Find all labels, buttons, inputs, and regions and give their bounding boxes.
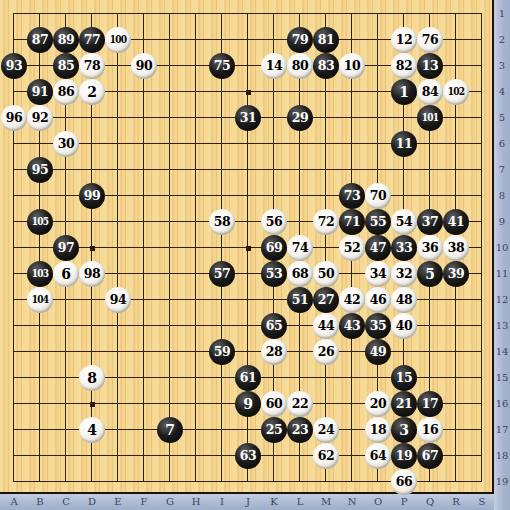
- stone-black-move-55[interactable]: 55: [365, 209, 391, 235]
- move-number: 15: [396, 365, 412, 391]
- move-number: 74: [292, 235, 308, 261]
- stone-black-move-97[interactable]: 97: [53, 235, 79, 261]
- stone-black-move-11[interactable]: 11: [391, 131, 417, 157]
- move-number: 60: [266, 391, 282, 417]
- stone-white-move-26[interactable]: 26: [313, 339, 339, 365]
- move-number: 63: [240, 443, 256, 469]
- column-label-H: H: [183, 494, 209, 510]
- stone-black-move-3[interactable]: 3: [391, 417, 417, 443]
- stone-black-move-7[interactable]: 7: [157, 417, 183, 443]
- move-number: 23: [292, 417, 308, 443]
- move-number: 42: [344, 287, 360, 313]
- stone-white-move-28[interactable]: 28: [261, 339, 287, 365]
- stone-white-move-42[interactable]: 42: [339, 287, 365, 313]
- stone-white-move-62[interactable]: 62: [313, 443, 339, 469]
- row-label-4: 4: [494, 79, 510, 105]
- move-number: 48: [396, 287, 412, 313]
- move-number: 79: [292, 27, 308, 53]
- move-number: 47: [370, 235, 386, 261]
- move-number: 95: [32, 157, 48, 183]
- move-number: 82: [396, 53, 412, 79]
- move-number: 38: [448, 235, 464, 261]
- move-number: 77: [84, 27, 100, 53]
- star-point: [246, 90, 251, 95]
- stone-white-move-6[interactable]: 6: [53, 261, 79, 287]
- move-number: 72: [318, 209, 334, 235]
- stone-black-move-63[interactable]: 63: [235, 443, 261, 469]
- column-label-K: K: [261, 494, 287, 510]
- stone-black-move-33[interactable]: 33: [391, 235, 417, 261]
- stone-black-move-17[interactable]: 17: [417, 391, 443, 417]
- move-number: 46: [370, 287, 386, 313]
- column-label-C: C: [53, 494, 79, 510]
- stone-black-move-67[interactable]: 67: [417, 443, 443, 469]
- stone-white-move-98[interactable]: 98: [79, 261, 105, 287]
- move-number: 78: [84, 53, 100, 79]
- column-label-L: L: [287, 494, 313, 510]
- stone-black-move-25[interactable]: 25: [261, 417, 287, 443]
- move-number: 85: [58, 53, 74, 79]
- stone-black-move-1[interactable]: 1: [391, 79, 417, 105]
- stone-black-move-99[interactable]: 99: [79, 183, 105, 209]
- stone-white-move-14[interactable]: 14: [261, 53, 287, 79]
- stone-black-move-51[interactable]: 51: [287, 287, 313, 313]
- stone-white-move-60[interactable]: 60: [261, 391, 287, 417]
- stone-white-move-40[interactable]: 40: [391, 313, 417, 339]
- column-label-D: D: [79, 494, 105, 510]
- go-game-diagram: 1234567891011121314151617181920212223242…: [0, 0, 510, 510]
- row-label-11: 11: [494, 261, 510, 287]
- stone-black-move-9[interactable]: 9: [235, 391, 261, 417]
- move-number: 73: [344, 183, 360, 209]
- row-label-12: 12: [494, 287, 510, 313]
- move-number: 86: [58, 79, 74, 105]
- move-number: 68: [292, 261, 308, 287]
- stone-white-move-4[interactable]: 4: [79, 417, 105, 443]
- move-number: 49: [370, 339, 386, 365]
- move-number: 105: [32, 209, 48, 235]
- move-number: 87: [32, 27, 48, 53]
- move-number: 44: [318, 313, 334, 339]
- move-number: 102: [448, 79, 464, 105]
- move-number: 2: [87, 79, 97, 105]
- move-number: 10: [344, 53, 360, 79]
- stone-white-move-84[interactable]: 84: [417, 79, 443, 105]
- move-number: 18: [370, 417, 386, 443]
- stone-white-move-22[interactable]: 22: [287, 391, 313, 417]
- stone-white-move-16[interactable]: 16: [417, 417, 443, 443]
- move-number: 28: [266, 339, 282, 365]
- move-number: 22: [292, 391, 308, 417]
- move-number: 65: [266, 313, 282, 339]
- move-number: 4: [87, 417, 97, 443]
- move-number: 20: [370, 391, 386, 417]
- stone-white-move-30[interactable]: 30: [53, 131, 79, 157]
- row-label-6: 6: [494, 131, 510, 157]
- move-number: 16: [422, 417, 438, 443]
- stone-white-move-36[interactable]: 36: [417, 235, 443, 261]
- stone-black-move-47[interactable]: 47: [365, 235, 391, 261]
- stone-white-move-102[interactable]: 102: [443, 79, 469, 105]
- stone-black-move-43[interactable]: 43: [339, 313, 365, 339]
- row-coordinate-strip: 12345678910111213141516171819: [494, 0, 510, 510]
- move-number: 19: [396, 443, 412, 469]
- row-label-9: 9: [494, 209, 510, 235]
- move-number: 84: [422, 79, 438, 105]
- move-number: 80: [292, 53, 308, 79]
- column-label-G: G: [157, 494, 183, 510]
- stone-white-move-24[interactable]: 24: [313, 417, 339, 443]
- move-number: 50: [318, 261, 334, 287]
- move-number: 34: [370, 261, 386, 287]
- stone-black-move-41[interactable]: 41: [443, 209, 469, 235]
- move-number: 89: [58, 27, 74, 53]
- move-number: 57: [214, 261, 230, 287]
- column-label-R: R: [443, 494, 469, 510]
- move-number: 40: [396, 313, 412, 339]
- stone-black-move-19[interactable]: 19: [391, 443, 417, 469]
- stone-black-move-59[interactable]: 59: [209, 339, 235, 365]
- row-label-16: 16: [494, 391, 510, 417]
- stone-black-move-29[interactable]: 29: [287, 105, 313, 131]
- stone-white-move-56[interactable]: 56: [261, 209, 287, 235]
- stone-white-move-86[interactable]: 86: [53, 79, 79, 105]
- row-label-10: 10: [494, 235, 510, 261]
- stone-black-move-71[interactable]: 71: [339, 209, 365, 235]
- row-label-5: 5: [494, 105, 510, 131]
- row-label-2: 2: [494, 27, 510, 53]
- stone-black-move-31[interactable]: 31: [235, 105, 261, 131]
- stone-black-move-75[interactable]: 75: [209, 53, 235, 79]
- stone-black-move-93[interactable]: 93: [1, 53, 27, 79]
- move-number: 7: [165, 417, 175, 443]
- column-label-P: P: [391, 494, 417, 510]
- stone-white-move-58[interactable]: 58: [209, 209, 235, 235]
- stone-black-move-69[interactable]: 69: [261, 235, 287, 261]
- move-number: 104: [32, 287, 48, 313]
- stone-white-move-68[interactable]: 68: [287, 261, 313, 287]
- row-label-14: 14: [494, 339, 510, 365]
- move-number: 55: [370, 209, 386, 235]
- stone-black-move-23[interactable]: 23: [287, 417, 313, 443]
- stone-white-move-10[interactable]: 10: [339, 53, 365, 79]
- move-number: 61: [240, 365, 256, 391]
- row-label-8: 8: [494, 183, 510, 209]
- stone-white-move-20[interactable]: 20: [365, 391, 391, 417]
- stone-black-move-27[interactable]: 27: [313, 287, 339, 313]
- stone-white-move-100[interactable]: 100: [105, 27, 131, 53]
- move-number: 56: [266, 209, 282, 235]
- row-label-17: 17: [494, 417, 510, 443]
- stone-black-move-101[interactable]: 101: [417, 105, 443, 131]
- move-number: 30: [58, 131, 74, 157]
- stone-white-move-50[interactable]: 50: [313, 261, 339, 287]
- stone-white-move-44[interactable]: 44: [313, 313, 339, 339]
- stone-black-move-105[interactable]: 105: [27, 209, 53, 235]
- move-number: 54: [396, 209, 412, 235]
- move-number: 91: [32, 79, 48, 105]
- move-number: 101: [422, 105, 438, 131]
- move-number: 64: [370, 443, 386, 469]
- stone-black-move-13[interactable]: 13: [417, 53, 443, 79]
- stone-black-move-61[interactable]: 61: [235, 365, 261, 391]
- column-label-J: J: [235, 494, 261, 510]
- stone-white-move-104[interactable]: 104: [27, 287, 53, 313]
- move-number: 21: [396, 391, 412, 417]
- move-number: 93: [6, 53, 22, 79]
- stone-black-move-85[interactable]: 85: [53, 53, 79, 79]
- stone-black-move-95[interactable]: 95: [27, 157, 53, 183]
- move-number: 41: [448, 209, 464, 235]
- move-number: 11: [396, 131, 412, 157]
- stone-black-move-83[interactable]: 83: [313, 53, 339, 79]
- row-label-15: 15: [494, 365, 510, 391]
- move-number: 32: [396, 261, 412, 287]
- stone-black-move-15[interactable]: 15: [391, 365, 417, 391]
- stone-white-move-72[interactable]: 72: [313, 209, 339, 235]
- stone-black-move-37[interactable]: 37: [417, 209, 443, 235]
- row-label-7: 7: [494, 157, 510, 183]
- move-number: 24: [318, 417, 334, 443]
- stone-white-move-46[interactable]: 46: [365, 287, 391, 313]
- stone-black-move-65[interactable]: 65: [261, 313, 287, 339]
- stone-white-move-8[interactable]: 8: [79, 365, 105, 391]
- stone-white-move-66[interactable]: 66: [391, 469, 417, 495]
- move-number: 51: [292, 287, 308, 313]
- stone-white-move-90[interactable]: 90: [131, 53, 157, 79]
- stone-black-move-53[interactable]: 53: [261, 261, 287, 287]
- column-label-N: N: [339, 494, 365, 510]
- move-number: 98: [84, 261, 100, 287]
- stone-white-move-82[interactable]: 82: [391, 53, 417, 79]
- move-number: 70: [370, 183, 386, 209]
- column-label-F: F: [131, 494, 157, 510]
- stone-black-move-103[interactable]: 103: [27, 261, 53, 287]
- move-number: 9: [243, 391, 253, 417]
- move-number: 29: [292, 105, 308, 131]
- move-number: 27: [318, 287, 334, 313]
- move-number: 99: [84, 183, 100, 209]
- row-label-13: 13: [494, 313, 510, 339]
- stone-white-move-64[interactable]: 64: [365, 443, 391, 469]
- column-label-I: I: [209, 494, 235, 510]
- stone-black-move-79[interactable]: 79: [287, 27, 313, 53]
- stone-white-move-52[interactable]: 52: [339, 235, 365, 261]
- move-number: 75: [214, 53, 230, 79]
- move-number: 37: [422, 209, 438, 235]
- move-number: 62: [318, 443, 334, 469]
- column-label-A: A: [1, 494, 27, 510]
- stone-white-move-70[interactable]: 70: [365, 183, 391, 209]
- move-number: 25: [266, 417, 282, 443]
- column-label-O: O: [365, 494, 391, 510]
- stone-black-move-73[interactable]: 73: [339, 183, 365, 209]
- move-number: 96: [6, 105, 22, 131]
- move-number: 13: [422, 53, 438, 79]
- move-number: 69: [266, 235, 282, 261]
- go-board[interactable]: 1234567891011121314151617181920212223242…: [1, 1, 495, 495]
- stone-black-move-49[interactable]: 49: [365, 339, 391, 365]
- stone-white-move-74[interactable]: 74: [287, 235, 313, 261]
- stone-white-move-96[interactable]: 96: [1, 105, 27, 131]
- move-number: 26: [318, 339, 334, 365]
- stone-black-move-91[interactable]: 91: [27, 79, 53, 105]
- row-label-18: 18: [494, 443, 510, 469]
- column-label-M: M: [313, 494, 339, 510]
- move-number: 17: [422, 391, 438, 417]
- move-number: 58: [214, 209, 230, 235]
- move-number: 103: [32, 261, 48, 287]
- move-number: 31: [240, 105, 256, 131]
- stone-white-move-48[interactable]: 48: [391, 287, 417, 313]
- move-number: 39: [448, 261, 464, 287]
- stone-black-move-5[interactable]: 5: [417, 261, 443, 287]
- move-number: 59: [214, 339, 230, 365]
- star-point: [90, 246, 95, 251]
- star-point: [246, 246, 251, 251]
- column-label-B: B: [27, 494, 53, 510]
- column-label-Q: Q: [417, 494, 443, 510]
- stone-white-move-54[interactable]: 54: [391, 209, 417, 235]
- stone-white-move-34[interactable]: 34: [365, 261, 391, 287]
- stone-white-move-2[interactable]: 2: [79, 79, 105, 105]
- stone-white-move-92[interactable]: 92: [27, 105, 53, 131]
- move-number: 6: [61, 261, 71, 287]
- row-label-1: 1: [494, 1, 510, 27]
- move-number: 43: [344, 313, 360, 339]
- move-number: 14: [266, 53, 282, 79]
- stone-black-move-39[interactable]: 39: [443, 261, 469, 287]
- move-number: 66: [396, 469, 412, 495]
- stone-white-move-94[interactable]: 94: [105, 287, 131, 313]
- move-number: 71: [344, 209, 360, 235]
- stone-white-move-18[interactable]: 18: [365, 417, 391, 443]
- move-number: 33: [396, 235, 412, 261]
- move-number: 97: [58, 235, 74, 261]
- stone-black-move-81[interactable]: 81: [313, 27, 339, 53]
- move-number: 67: [422, 443, 438, 469]
- stone-white-move-12[interactable]: 12: [391, 27, 417, 53]
- move-number: 36: [422, 235, 438, 261]
- move-number: 83: [318, 53, 334, 79]
- move-number: 5: [425, 261, 435, 287]
- move-number: 94: [110, 287, 126, 313]
- move-number: 8: [87, 365, 97, 391]
- row-label-3: 3: [494, 53, 510, 79]
- move-number: 81: [318, 27, 334, 53]
- row-label-19: 19: [494, 469, 510, 495]
- column-label-S: S: [469, 494, 495, 510]
- column-coordinate-strip: ABCDEFGHIJKLMNOPQRS: [0, 494, 494, 510]
- star-point: [90, 402, 95, 407]
- move-number: 76: [422, 27, 438, 53]
- stone-white-move-32[interactable]: 32: [391, 261, 417, 287]
- stone-black-move-35[interactable]: 35: [365, 313, 391, 339]
- column-label-E: E: [105, 494, 131, 510]
- stone-black-move-57[interactable]: 57: [209, 261, 235, 287]
- move-number: 92: [32, 105, 48, 131]
- stone-black-move-89[interactable]: 89: [53, 27, 79, 53]
- move-number: 3: [399, 417, 409, 443]
- move-number: 52: [344, 235, 360, 261]
- move-number: 12: [396, 27, 412, 53]
- move-number: 53: [266, 261, 282, 287]
- go-board-area: 1234567891011121314151617181920212223242…: [0, 0, 494, 494]
- stone-white-move-80[interactable]: 80: [287, 53, 313, 79]
- stone-black-move-87[interactable]: 87: [27, 27, 53, 53]
- move-number: 1: [399, 79, 409, 105]
- stone-white-move-38[interactable]: 38: [443, 235, 469, 261]
- move-number: 90: [136, 53, 152, 79]
- stone-white-move-78[interactable]: 78: [79, 53, 105, 79]
- move-number: 100: [110, 27, 126, 53]
- stone-black-move-77[interactable]: 77: [79, 27, 105, 53]
- stone-black-move-21[interactable]: 21: [391, 391, 417, 417]
- move-number: 35: [370, 313, 386, 339]
- stone-white-move-76[interactable]: 76: [417, 27, 443, 53]
